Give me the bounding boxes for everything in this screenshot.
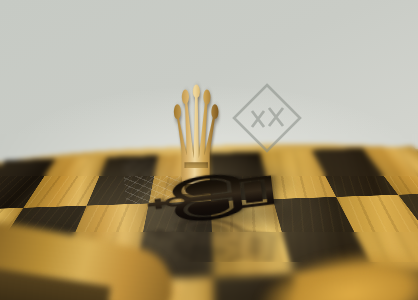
board-square xyxy=(0,283,53,300)
watermark-diamond-logo xyxy=(231,82,303,154)
photo-scene: ♛ ♚ ♛ ♚ xyxy=(0,0,418,300)
